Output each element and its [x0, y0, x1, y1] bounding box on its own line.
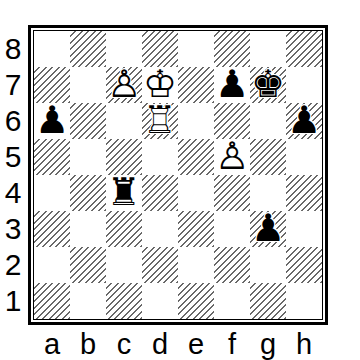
square-b7[interactable] — [70, 67, 106, 103]
square-g1[interactable] — [250, 283, 286, 319]
chess-diagram: 87654321 ♟♙♚♔♟♚♟♜♖♟♟♙♜♟ abcdefgh — [0, 0, 360, 360]
square-e3[interactable] — [178, 211, 214, 247]
black-pawn-f7[interactable]: ♟ — [214, 67, 250, 103]
square-h8[interactable] — [286, 31, 322, 67]
rank-label-7: 7 — [0, 67, 26, 103]
white-pawn-f5[interactable]: ♟♙ — [214, 139, 250, 175]
piece-glyph: ♟ — [34, 101, 70, 137]
piece-glyph: ♟ — [214, 65, 250, 101]
square-h5[interactable] — [286, 139, 322, 175]
square-h6[interactable]: ♟ — [286, 103, 322, 139]
square-g2[interactable] — [250, 247, 286, 283]
square-f3[interactable] — [214, 211, 250, 247]
file-label-h: h — [286, 330, 322, 358]
square-e1[interactable] — [178, 283, 214, 319]
white-rook-d6[interactable]: ♜♖ — [142, 103, 178, 139]
square-a2[interactable] — [34, 247, 70, 283]
file-label-c: c — [106, 330, 142, 358]
square-e5[interactable] — [178, 139, 214, 175]
square-b6[interactable] — [70, 103, 106, 139]
square-g5[interactable] — [250, 139, 286, 175]
square-b3[interactable] — [70, 211, 106, 247]
square-d6[interactable]: ♜♖ — [142, 103, 178, 139]
black-pawn-g3[interactable]: ♟ — [250, 211, 286, 247]
rank-label-3: 3 — [0, 211, 26, 247]
square-a8[interactable] — [34, 31, 70, 67]
square-a6[interactable]: ♟ — [34, 103, 70, 139]
file-label-b: b — [70, 330, 106, 358]
square-f5[interactable]: ♟♙ — [214, 139, 250, 175]
square-h2[interactable] — [286, 247, 322, 283]
file-label-g: g — [250, 330, 286, 358]
piece-glyph: ♚ — [250, 65, 286, 101]
square-f4[interactable] — [214, 175, 250, 211]
square-f7[interactable]: ♟ — [214, 67, 250, 103]
square-c2[interactable] — [106, 247, 142, 283]
square-c7[interactable]: ♟♙ — [106, 67, 142, 103]
square-h4[interactable] — [286, 175, 322, 211]
square-b1[interactable] — [70, 283, 106, 319]
piece-glyph: ♙ — [214, 137, 250, 173]
rank-label-8: 8 — [0, 31, 26, 67]
square-a1[interactable] — [34, 283, 70, 319]
white-pawn-c7[interactable]: ♟♙ — [106, 67, 142, 103]
square-c4[interactable]: ♜ — [106, 175, 142, 211]
square-a4[interactable] — [34, 175, 70, 211]
square-a3[interactable] — [34, 211, 70, 247]
piece-glyph: ♜ — [106, 173, 142, 209]
square-d3[interactable] — [142, 211, 178, 247]
square-c6[interactable] — [106, 103, 142, 139]
black-pawn-a6[interactable]: ♟ — [34, 103, 70, 139]
file-labels: abcdefgh — [34, 330, 322, 358]
rank-label-2: 2 — [0, 247, 26, 283]
rank-labels: 87654321 — [0, 31, 26, 319]
square-d4[interactable] — [142, 175, 178, 211]
black-king-g7[interactable]: ♚ — [250, 67, 286, 103]
square-f2[interactable] — [214, 247, 250, 283]
square-d2[interactable] — [142, 247, 178, 283]
rank-label-1: 1 — [0, 283, 26, 319]
piece-glyph: ♙ — [106, 65, 142, 101]
square-g7[interactable]: ♚ — [250, 67, 286, 103]
square-c3[interactable] — [106, 211, 142, 247]
rank-label-6: 6 — [0, 103, 26, 139]
piece-glyph: ♟ — [250, 209, 286, 245]
square-e8[interactable] — [178, 31, 214, 67]
piece-glyph: ♟ — [286, 101, 322, 137]
square-b2[interactable] — [70, 247, 106, 283]
black-pawn-h6[interactable]: ♟ — [286, 103, 322, 139]
square-e6[interactable] — [178, 103, 214, 139]
square-d1[interactable] — [142, 283, 178, 319]
square-h3[interactable] — [286, 211, 322, 247]
black-rook-c4[interactable]: ♜ — [106, 175, 142, 211]
square-c1[interactable] — [106, 283, 142, 319]
square-e7[interactable] — [178, 67, 214, 103]
rank-label-4: 4 — [0, 175, 26, 211]
file-label-e: e — [178, 330, 214, 358]
square-a5[interactable] — [34, 139, 70, 175]
square-h1[interactable] — [286, 283, 322, 319]
square-b8[interactable] — [70, 31, 106, 67]
square-e2[interactable] — [178, 247, 214, 283]
square-b4[interactable] — [70, 175, 106, 211]
square-d5[interactable] — [142, 139, 178, 175]
file-label-d: d — [142, 330, 178, 358]
square-g3[interactable]: ♟ — [250, 211, 286, 247]
square-e4[interactable] — [178, 175, 214, 211]
square-f1[interactable] — [214, 283, 250, 319]
square-g6[interactable] — [250, 103, 286, 139]
board-frame: ♟♙♚♔♟♚♟♜♖♟♟♙♜♟ — [28, 25, 328, 325]
piece-glyph: ♖ — [142, 101, 178, 137]
piece-glyph: ♔ — [142, 65, 178, 101]
file-label-f: f — [214, 330, 250, 358]
rank-label-5: 5 — [0, 139, 26, 175]
board-inner-border: ♟♙♚♔♟♚♟♜♖♟♟♙♜♟ — [33, 30, 323, 320]
file-label-a: a — [34, 330, 70, 358]
square-b5[interactable] — [70, 139, 106, 175]
chessboard: ♟♙♚♔♟♚♟♜♖♟♟♙♜♟ — [34, 31, 322, 319]
